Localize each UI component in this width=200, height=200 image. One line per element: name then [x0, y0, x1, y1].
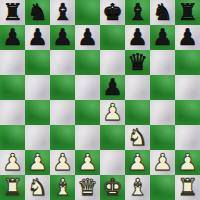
square-g4[interactable] — [150, 100, 175, 125]
white-bishop[interactable]: ♝ — [52, 175, 73, 200]
square-a4[interactable] — [0, 100, 25, 125]
square-a5[interactable] — [0, 75, 25, 100]
square-e3[interactable] — [100, 125, 125, 150]
black-knight[interactable]: ♞ — [27, 0, 48, 25]
square-c6[interactable] — [50, 50, 75, 75]
white-pawn[interactable]: ♟ — [152, 150, 173, 175]
chess-board: ♜♞♝♚♝♞♜♟♟♟♟♟♟♟♛♟♟♞♟♟♟♟♟♟♟♜♞♝♛♚♝♜ — [0, 0, 200, 200]
square-e2[interactable] — [100, 150, 125, 175]
square-d2[interactable]: ♟ — [75, 150, 100, 175]
white-pawn[interactable]: ♟ — [2, 150, 23, 175]
square-g1[interactable] — [150, 175, 175, 200]
white-pawn[interactable]: ♟ — [127, 150, 148, 175]
square-h4[interactable] — [175, 100, 200, 125]
white-king[interactable]: ♚ — [102, 175, 123, 200]
white-pawn[interactable]: ♟ — [177, 150, 198, 175]
square-f2[interactable]: ♟ — [125, 150, 150, 175]
square-b8[interactable]: ♞ — [25, 0, 50, 25]
black-pawn[interactable]: ♟ — [77, 25, 98, 50]
black-pawn[interactable]: ♟ — [2, 25, 23, 50]
square-f6[interactable]: ♛ — [125, 50, 150, 75]
black-pawn[interactable]: ♟ — [102, 75, 123, 100]
black-pawn[interactable]: ♟ — [152, 25, 173, 50]
white-pawn[interactable]: ♟ — [52, 150, 73, 175]
black-pawn[interactable]: ♟ — [127, 25, 148, 50]
square-e6[interactable] — [100, 50, 125, 75]
white-bishop[interactable]: ♝ — [127, 175, 148, 200]
white-rook[interactable]: ♜ — [2, 175, 23, 200]
black-queen[interactable]: ♛ — [127, 50, 148, 75]
square-a3[interactable] — [0, 125, 25, 150]
white-knight[interactable]: ♞ — [127, 125, 148, 150]
black-rook[interactable]: ♜ — [2, 0, 23, 25]
square-e5[interactable]: ♟ — [100, 75, 125, 100]
square-g5[interactable] — [150, 75, 175, 100]
square-c4[interactable] — [50, 100, 75, 125]
square-e7[interactable] — [100, 25, 125, 50]
square-f3[interactable]: ♞ — [125, 125, 150, 150]
square-e4[interactable]: ♟ — [100, 100, 125, 125]
square-g7[interactable]: ♟ — [150, 25, 175, 50]
square-d3[interactable] — [75, 125, 100, 150]
square-h7[interactable]: ♟ — [175, 25, 200, 50]
square-c7[interactable]: ♟ — [50, 25, 75, 50]
square-c1[interactable]: ♝ — [50, 175, 75, 200]
square-e1[interactable]: ♚ — [100, 175, 125, 200]
square-f4[interactable] — [125, 100, 150, 125]
black-pawn[interactable]: ♟ — [52, 25, 73, 50]
square-b5[interactable] — [25, 75, 50, 100]
square-h1[interactable]: ♜ — [175, 175, 200, 200]
square-f8[interactable]: ♝ — [125, 0, 150, 25]
square-a6[interactable] — [0, 50, 25, 75]
black-rook[interactable]: ♜ — [177, 0, 198, 25]
square-b4[interactable] — [25, 100, 50, 125]
white-pawn[interactable]: ♟ — [102, 100, 123, 125]
square-a1[interactable]: ♜ — [0, 175, 25, 200]
square-b6[interactable] — [25, 50, 50, 75]
square-b1[interactable]: ♞ — [25, 175, 50, 200]
black-bishop[interactable]: ♝ — [52, 0, 73, 25]
square-f1[interactable]: ♝ — [125, 175, 150, 200]
square-g6[interactable] — [150, 50, 175, 75]
square-b3[interactable] — [25, 125, 50, 150]
black-bishop[interactable]: ♝ — [127, 0, 148, 25]
square-h8[interactable]: ♜ — [175, 0, 200, 25]
square-d7[interactable]: ♟ — [75, 25, 100, 50]
square-b7[interactable]: ♟ — [25, 25, 50, 50]
square-d4[interactable] — [75, 100, 100, 125]
black-pawn[interactable]: ♟ — [27, 25, 48, 50]
square-e8[interactable]: ♚ — [100, 0, 125, 25]
square-g2[interactable]: ♟ — [150, 150, 175, 175]
square-c3[interactable] — [50, 125, 75, 150]
square-d8[interactable] — [75, 0, 100, 25]
white-pawn[interactable]: ♟ — [77, 150, 98, 175]
square-b2[interactable]: ♟ — [25, 150, 50, 175]
square-c5[interactable] — [50, 75, 75, 100]
white-rook[interactable]: ♜ — [177, 175, 198, 200]
square-d5[interactable] — [75, 75, 100, 100]
square-c8[interactable]: ♝ — [50, 0, 75, 25]
square-g8[interactable]: ♞ — [150, 0, 175, 25]
square-a7[interactable]: ♟ — [0, 25, 25, 50]
white-knight[interactable]: ♞ — [27, 175, 48, 200]
square-a8[interactable]: ♜ — [0, 0, 25, 25]
square-d1[interactable]: ♛ — [75, 175, 100, 200]
square-f7[interactable]: ♟ — [125, 25, 150, 50]
square-h2[interactable]: ♟ — [175, 150, 200, 175]
square-g3[interactable] — [150, 125, 175, 150]
square-a2[interactable]: ♟ — [0, 150, 25, 175]
square-f5[interactable] — [125, 75, 150, 100]
square-c2[interactable]: ♟ — [50, 150, 75, 175]
square-h5[interactable] — [175, 75, 200, 100]
square-h6[interactable] — [175, 50, 200, 75]
black-knight[interactable]: ♞ — [152, 0, 173, 25]
square-h3[interactable] — [175, 125, 200, 150]
black-king[interactable]: ♚ — [102, 0, 123, 25]
square-d6[interactable] — [75, 50, 100, 75]
white-queen[interactable]: ♛ — [77, 175, 98, 200]
white-pawn[interactable]: ♟ — [27, 150, 48, 175]
black-pawn[interactable]: ♟ — [177, 25, 198, 50]
